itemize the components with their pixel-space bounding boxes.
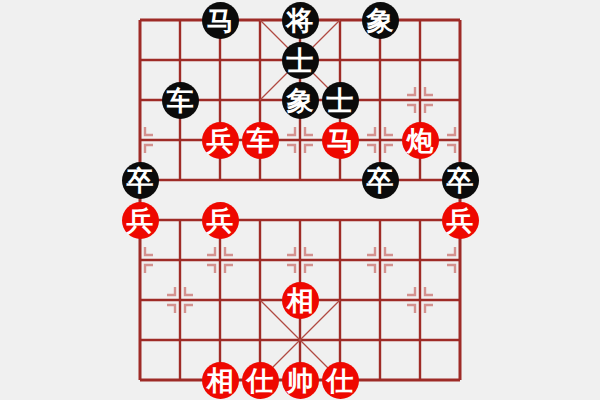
red-advisor-piece[interactable]: 仕 xyxy=(242,362,279,399)
red-advisor-piece[interactable]: 仕 xyxy=(322,362,359,399)
black-elephant-piece[interactable]: 象 xyxy=(282,82,319,119)
red-elephant-piece[interactable]: 相 xyxy=(282,282,319,319)
black-advisor-piece[interactable]: 士 xyxy=(282,42,319,79)
xiangqi-app: 马将象士车象士兵车马炮卒卒卒兵兵兵相相仕帅仕 xyxy=(0,0,600,400)
black-soldier-piece[interactable]: 卒 xyxy=(362,162,399,199)
black-chariot-piece[interactable]: 车 xyxy=(162,82,199,119)
red-soldier-piece[interactable]: 兵 xyxy=(202,202,239,239)
black-general-piece[interactable]: 将 xyxy=(282,2,319,39)
red-soldier-piece[interactable]: 兵 xyxy=(442,202,479,239)
red-elephant-piece[interactable]: 相 xyxy=(202,362,239,399)
red-chariot-piece[interactable]: 车 xyxy=(242,122,279,159)
red-horse-piece[interactable]: 马 xyxy=(322,122,359,159)
black-advisor-piece[interactable]: 士 xyxy=(322,82,359,119)
black-horse-piece[interactable]: 马 xyxy=(202,2,239,39)
black-elephant-piece[interactable]: 象 xyxy=(362,2,399,39)
red-cannon-piece[interactable]: 炮 xyxy=(402,122,439,159)
red-soldier-piece[interactable]: 兵 xyxy=(202,122,239,159)
black-soldier-piece[interactable]: 卒 xyxy=(122,162,159,199)
black-soldier-piece[interactable]: 卒 xyxy=(442,162,479,199)
red-general-piece[interactable]: 帅 xyxy=(282,362,319,399)
red-soldier-piece[interactable]: 兵 xyxy=(122,202,159,239)
xiangqi-board[interactable]: 马将象士车象士兵车马炮卒卒卒兵兵兵相相仕帅仕 xyxy=(120,0,480,400)
